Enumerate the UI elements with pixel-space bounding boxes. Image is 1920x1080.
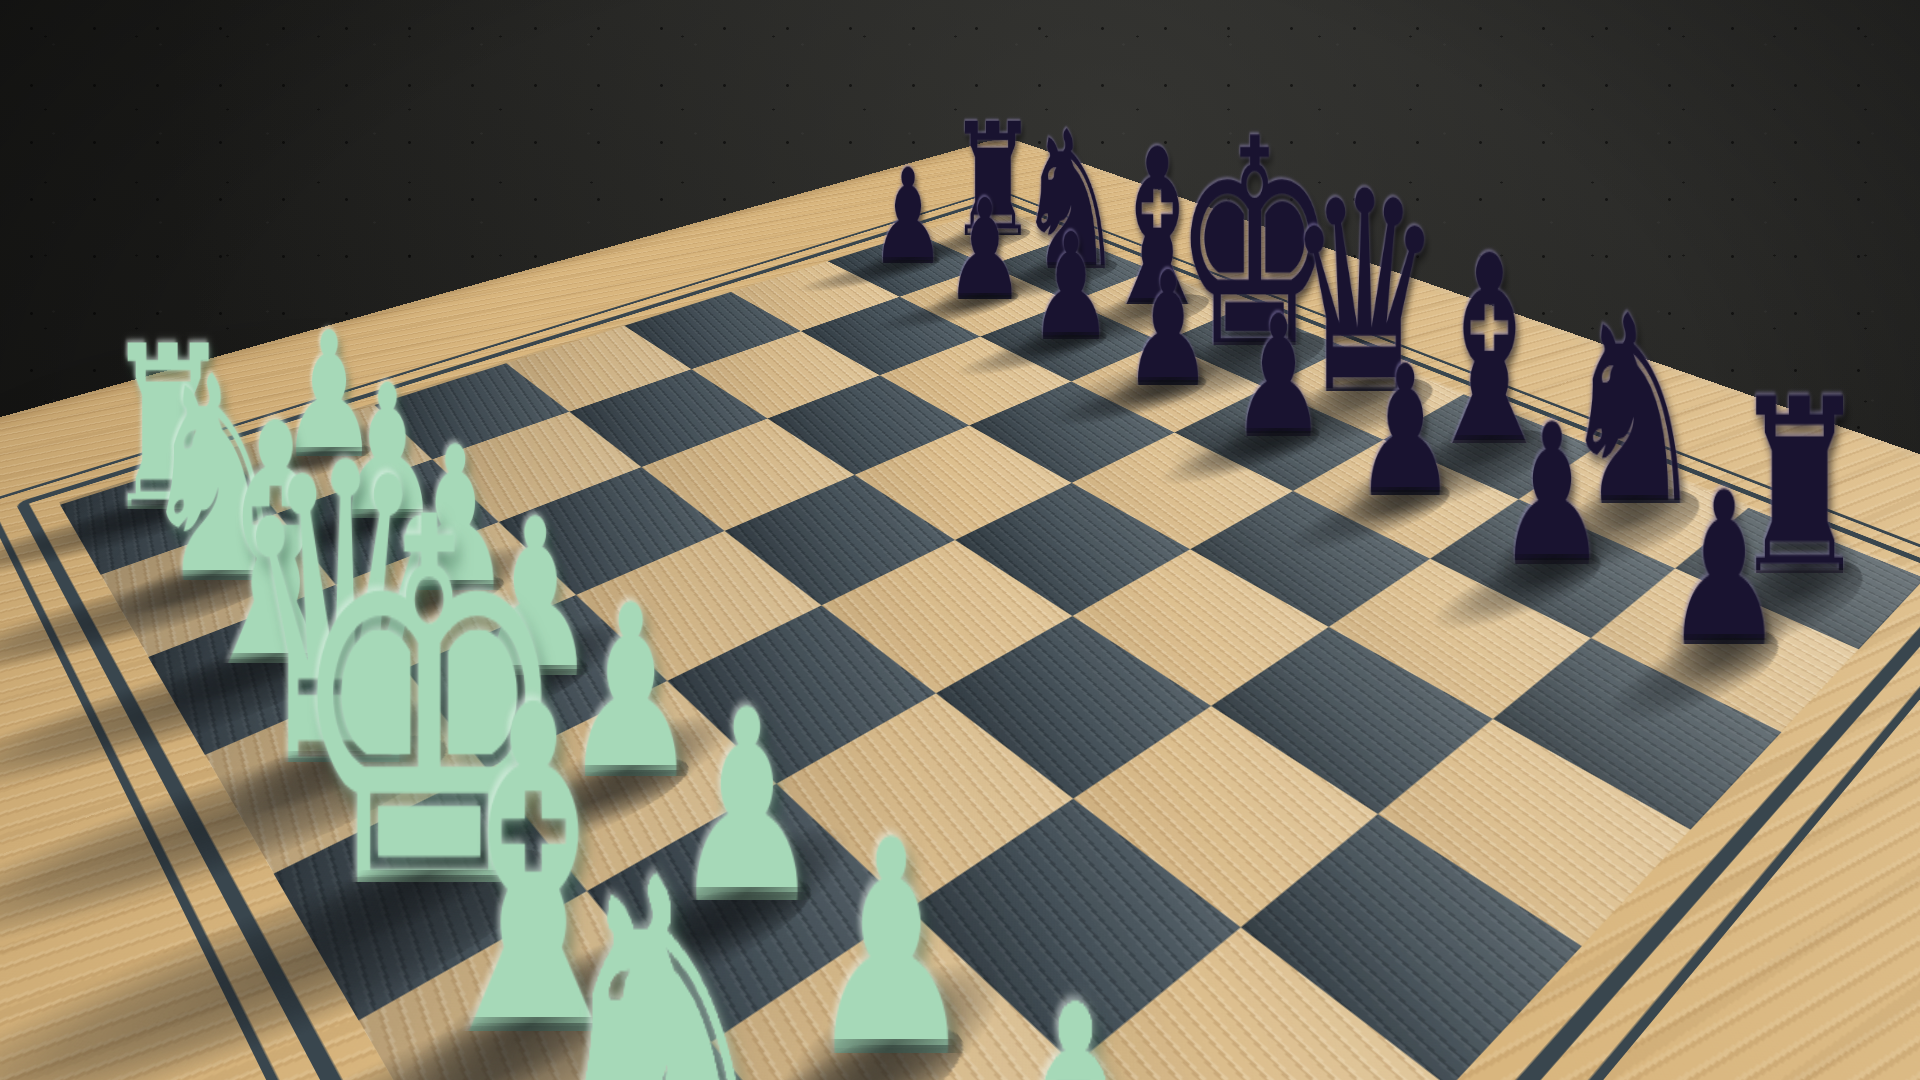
black-pawn: ♟	[1558, 426, 1890, 643]
perspective-scene: ♜♞♝♚♛♝♞♜♟♟♟♟♟♟♟♟♟♟♟♟♟♟♟♟♜♞♝♛♚♝♞♜	[0, 0, 1920, 1080]
white-rook: ♜	[538, 983, 1141, 1080]
chess-board: ♜♞♝♚♛♝♞♜♟♟♟♟♟♟♟♟♟♟♟♟♟♟♟♟♜♞♝♛♚♝♞♜	[0, 136, 1920, 1080]
render-canvas[interactable]: ♜♞♝♚♛♝♞♜♟♟♟♟♟♟♟♟♟♟♟♟♟♟♟♟♜♞♝♛♚♝♞♜	[0, 0, 1920, 1080]
camera-zoom-layer: ♜♞♝♚♛♝♞♜♟♟♟♟♟♟♟♟♟♟♟♟♟♟♟♟♜♞♝♛♚♝♞♜	[0, 0, 1920, 1080]
